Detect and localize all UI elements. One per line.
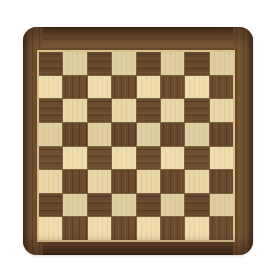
- board-square[interactable]: [185, 52, 208, 75]
- board-square[interactable]: [161, 76, 184, 99]
- board-square[interactable]: [39, 76, 62, 99]
- board-square[interactable]: [63, 123, 86, 146]
- board-square[interactable]: [185, 194, 208, 217]
- board-square[interactable]: [63, 76, 86, 99]
- board-square[interactable]: [137, 194, 160, 217]
- board-square[interactable]: [63, 194, 86, 217]
- board-square[interactable]: [63, 147, 86, 170]
- board-square[interactable]: [161, 147, 184, 170]
- board-square[interactable]: [210, 194, 233, 217]
- board-square[interactable]: [112, 147, 135, 170]
- board-square[interactable]: [137, 147, 160, 170]
- board-square[interactable]: [39, 170, 62, 193]
- board-square[interactable]: [39, 52, 62, 75]
- board-square[interactable]: [137, 76, 160, 99]
- board-square[interactable]: [210, 123, 233, 146]
- board-square[interactable]: [161, 170, 184, 193]
- board-square[interactable]: [112, 170, 135, 193]
- board-square[interactable]: [112, 52, 135, 75]
- board-grid: [39, 52, 233, 240]
- board-square[interactable]: [112, 217, 135, 240]
- board-square[interactable]: [185, 76, 208, 99]
- board-square[interactable]: [39, 194, 62, 217]
- board-square[interactable]: [210, 99, 233, 122]
- board-square[interactable]: [137, 52, 160, 75]
- board-square[interactable]: [210, 170, 233, 193]
- photo-background: [0, 0, 278, 278]
- board-square[interactable]: [185, 147, 208, 170]
- board-square[interactable]: [137, 99, 160, 122]
- board-square[interactable]: [39, 99, 62, 122]
- board-square[interactable]: [185, 170, 208, 193]
- board-square[interactable]: [185, 217, 208, 240]
- board-square[interactable]: [185, 123, 208, 146]
- board-square[interactable]: [137, 123, 160, 146]
- board-square[interactable]: [112, 99, 135, 122]
- board-square[interactable]: [63, 217, 86, 240]
- board-square[interactable]: [63, 52, 86, 75]
- board-frame-right-rail: [233, 27, 253, 255]
- board-square[interactable]: [137, 217, 160, 240]
- board-square[interactable]: [161, 52, 184, 75]
- board-square[interactable]: [137, 170, 160, 193]
- board-square[interactable]: [39, 147, 62, 170]
- board-square[interactable]: [161, 123, 184, 146]
- board-square[interactable]: [112, 194, 135, 217]
- board-square[interactable]: [210, 76, 233, 99]
- board-square[interactable]: [88, 76, 111, 99]
- board-square[interactable]: [88, 217, 111, 240]
- board-square[interactable]: [39, 123, 62, 146]
- board-square[interactable]: [39, 217, 62, 240]
- board-inlay-border: [37, 50, 235, 242]
- board-square[interactable]: [185, 99, 208, 122]
- board-square[interactable]: [210, 147, 233, 170]
- board-square[interactable]: [88, 52, 111, 75]
- board-square[interactable]: [112, 76, 135, 99]
- board-square[interactable]: [161, 217, 184, 240]
- board-square[interactable]: [88, 170, 111, 193]
- board-square[interactable]: [210, 217, 233, 240]
- board-square[interactable]: [161, 99, 184, 122]
- board-square[interactable]: [112, 123, 135, 146]
- board-square[interactable]: [88, 123, 111, 146]
- board-square[interactable]: [88, 194, 111, 217]
- board-square[interactable]: [161, 194, 184, 217]
- board-square[interactable]: [63, 170, 86, 193]
- board-square[interactable]: [88, 99, 111, 122]
- board-square[interactable]: [210, 52, 233, 75]
- chess-board: [23, 27, 253, 255]
- board-square[interactable]: [88, 147, 111, 170]
- board-square[interactable]: [63, 99, 86, 122]
